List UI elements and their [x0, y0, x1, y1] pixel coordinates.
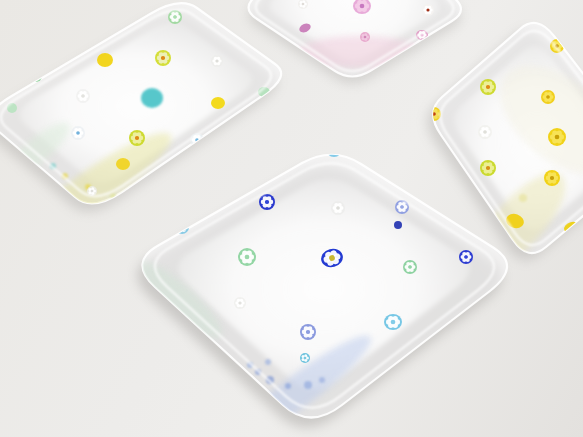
yellow-millefiori [241, 141, 253, 153]
yellow-millefiori [116, 158, 130, 170]
lightblue-millefiori [384, 314, 402, 330]
white-millefiori [478, 125, 492, 139]
green-millefiori [238, 248, 256, 266]
yellow-rose-millefiori [541, 90, 555, 104]
chartreuse-orange-millefiori [480, 79, 496, 95]
glass-plates-photo [0, 0, 583, 437]
yellow-millefiori [211, 97, 225, 109]
glass-speck [285, 383, 291, 389]
white-millefiori [331, 201, 345, 215]
yellow-millefiori [97, 53, 113, 67]
yellow-rose-millefiori [544, 170, 560, 186]
white-blue-millefiori [71, 126, 85, 140]
white-millefiori [234, 297, 246, 309]
chartreuse-orange-millefiori [155, 50, 171, 66]
green-millefiori [403, 260, 417, 274]
lightblue-millefiori [175, 220, 189, 234]
glass-speck [304, 381, 312, 389]
blue-dot [394, 221, 402, 229]
teal-dot [141, 88, 163, 108]
cyan-millefiori [300, 353, 310, 363]
glass-plate-foreground [130, 141, 507, 437]
photo-scene [0, 0, 583, 437]
glass-speck [519, 194, 527, 202]
pink-millefiori [360, 32, 370, 42]
chartreuse-orange-millefiori [480, 160, 496, 176]
glass-speck [319, 377, 325, 383]
glass-speck [265, 359, 271, 365]
white-millefiori [76, 89, 90, 103]
glass-speck [165, 175, 171, 181]
chartreuse-orange-millefiori [129, 130, 145, 146]
green-millefiori [30, 70, 42, 82]
white-red-millefiori [422, 4, 434, 16]
yellow-rose-millefiori [548, 128, 566, 146]
periwinkle-millefiori [300, 324, 316, 340]
white-millefiori [211, 55, 223, 67]
blue-millefiori [459, 250, 473, 264]
